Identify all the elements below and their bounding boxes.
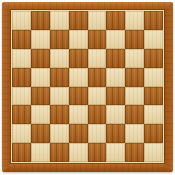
square-a7 (12, 30, 31, 49)
square-b5 (31, 68, 50, 87)
square-g5 (125, 68, 144, 87)
square-f1 (106, 143, 125, 162)
square-e7 (88, 30, 107, 49)
square-e1 (88, 143, 107, 162)
square-h2 (144, 124, 163, 143)
square-b6 (31, 49, 50, 68)
square-h7 (144, 30, 163, 49)
square-d8 (69, 11, 88, 30)
square-h8 (144, 11, 163, 30)
square-a5 (12, 68, 31, 87)
board-photo (0, 0, 175, 175)
square-d4 (69, 87, 88, 106)
square-e3 (88, 105, 107, 124)
square-g7 (125, 30, 144, 49)
square-a1 (12, 143, 31, 162)
square-f3 (106, 105, 125, 124)
board-grid (12, 11, 163, 162)
square-c2 (50, 124, 69, 143)
square-b1 (31, 143, 50, 162)
square-g3 (125, 105, 144, 124)
square-h1 (144, 143, 163, 162)
board-pinstripe-inlay (11, 10, 164, 163)
square-d5 (69, 68, 88, 87)
square-h3 (144, 105, 163, 124)
square-b3 (31, 105, 50, 124)
square-c3 (50, 105, 69, 124)
board-frame-right (164, 2, 173, 172)
square-e2 (88, 124, 107, 143)
square-e5 (88, 68, 107, 87)
square-c4 (50, 87, 69, 106)
square-d7 (69, 30, 88, 49)
square-h5 (144, 68, 163, 87)
square-b2 (31, 124, 50, 143)
board-frame-left (2, 2, 11, 172)
chess-board (2, 2, 173, 172)
square-f8 (106, 11, 125, 30)
square-d2 (69, 124, 88, 143)
square-d1 (69, 143, 88, 162)
square-f6 (106, 49, 125, 68)
square-b4 (31, 87, 50, 106)
square-c1 (50, 143, 69, 162)
square-c7 (50, 30, 69, 49)
square-e6 (88, 49, 107, 68)
square-f4 (106, 87, 125, 106)
square-b7 (31, 30, 50, 49)
square-e4 (88, 87, 107, 106)
square-c5 (50, 68, 69, 87)
square-a2 (12, 124, 31, 143)
square-e8 (88, 11, 107, 30)
square-f7 (106, 30, 125, 49)
square-d3 (69, 105, 88, 124)
square-b8 (31, 11, 50, 30)
square-c8 (50, 11, 69, 30)
square-g4 (125, 87, 144, 106)
square-f5 (106, 68, 125, 87)
square-h4 (144, 87, 163, 106)
square-g1 (125, 143, 144, 162)
square-a8 (12, 11, 31, 30)
square-f2 (106, 124, 125, 143)
square-d6 (69, 49, 88, 68)
square-h6 (144, 49, 163, 68)
square-a3 (12, 105, 31, 124)
square-a6 (12, 49, 31, 68)
square-c6 (50, 49, 69, 68)
square-g2 (125, 124, 144, 143)
square-a4 (12, 87, 31, 106)
square-g8 (125, 11, 144, 30)
square-g6 (125, 49, 144, 68)
board-frame-bottom (2, 163, 173, 172)
